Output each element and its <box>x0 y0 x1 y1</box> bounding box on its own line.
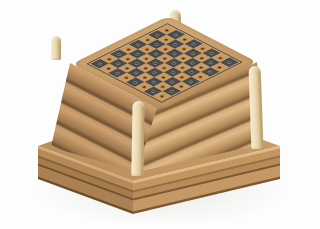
peg-hole <box>143 57 150 60</box>
peg-hole <box>151 71 158 74</box>
peg-hole <box>141 85 148 88</box>
peg-hole <box>189 61 196 64</box>
peg-hole <box>178 85 185 88</box>
peg-hole <box>135 43 142 46</box>
peg-hole <box>181 38 188 41</box>
peg-hole <box>142 76 149 79</box>
peg-hole <box>125 48 132 51</box>
peg-hole <box>133 62 140 65</box>
peg-hole <box>151 80 158 83</box>
peg-hole <box>163 38 170 41</box>
peg-hole <box>115 62 122 65</box>
peg-hole <box>179 75 186 78</box>
stand-post-right <box>249 66 264 149</box>
peg-hole <box>154 33 161 36</box>
peg-hole <box>159 94 166 97</box>
peg-hole <box>132 80 139 83</box>
coaster-set-photo <box>0 0 320 229</box>
peg-hole <box>226 61 233 64</box>
peg-hole <box>116 52 123 55</box>
peg-hole <box>144 47 151 50</box>
stand-post-front <box>131 101 144 176</box>
stand-post-left <box>51 36 61 60</box>
peg-hole <box>159 85 166 88</box>
peg-hole <box>162 57 169 60</box>
peg-hole <box>133 71 140 74</box>
peg-hole <box>114 71 121 74</box>
peg-hole <box>153 43 160 46</box>
peg-hole <box>168 89 175 92</box>
peg-hole <box>161 66 168 69</box>
peg-hole <box>170 71 177 74</box>
peg-hole <box>199 56 206 59</box>
peg-hole <box>123 76 130 79</box>
peg-hole <box>160 75 167 78</box>
peg-hole <box>96 62 103 65</box>
peg-hole <box>172 42 179 45</box>
peg-hole <box>199 47 206 50</box>
peg-hole <box>106 57 113 60</box>
peg-hole <box>162 47 169 50</box>
peg-hole <box>124 66 131 69</box>
peg-hole <box>179 66 186 69</box>
peg-hole <box>188 70 195 73</box>
peg-hole <box>188 80 195 83</box>
peg-hole <box>197 75 204 78</box>
peg-hole <box>144 38 151 41</box>
peg-hole <box>208 51 215 54</box>
peg-hole <box>153 52 160 55</box>
peg-hole <box>180 56 187 59</box>
peg-hole <box>217 56 224 59</box>
peg-hole <box>142 66 149 69</box>
peg-hole <box>190 52 197 55</box>
peg-hole <box>181 47 188 50</box>
peg-hole <box>173 33 180 36</box>
peg-hole <box>190 42 197 45</box>
peg-hole <box>171 52 178 55</box>
peg-hole <box>169 80 176 83</box>
peg-hole <box>207 70 214 73</box>
peg-hole <box>207 61 214 64</box>
peg-hole <box>134 52 141 55</box>
peg-hole <box>125 57 132 60</box>
peg-hole <box>150 90 157 93</box>
peg-hole <box>105 67 112 70</box>
peg-hole <box>152 61 159 64</box>
peg-hole <box>216 65 223 68</box>
peg-hole <box>170 61 177 64</box>
peg-hole <box>164 28 171 31</box>
peg-hole <box>198 66 205 69</box>
